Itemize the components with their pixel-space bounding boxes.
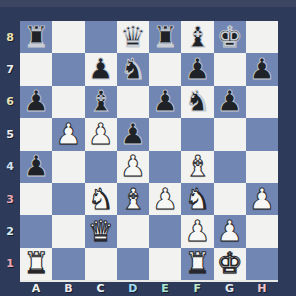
black-queen: ♛ xyxy=(117,21,149,53)
rank-label-8: 8 xyxy=(0,21,20,53)
square-d4[interactable]: ♟ xyxy=(117,151,149,183)
square-g5[interactable] xyxy=(214,118,246,150)
square-a7[interactable] xyxy=(20,53,52,85)
square-f5[interactable] xyxy=(181,118,213,150)
square-d6[interactable] xyxy=(117,86,149,118)
square-e5[interactable] xyxy=(149,118,181,150)
square-g4[interactable] xyxy=(214,151,246,183)
square-d8[interactable]: ♛ xyxy=(117,21,149,53)
square-a3[interactable] xyxy=(20,183,52,215)
square-c5[interactable]: ♟ xyxy=(85,118,117,150)
square-d2[interactable] xyxy=(117,215,149,247)
square-b5[interactable]: ♟ xyxy=(52,118,84,150)
file-labels: ABCDEFGH xyxy=(20,280,278,296)
square-f4[interactable]: ♝ xyxy=(181,151,213,183)
black-pawn: ♟ xyxy=(246,53,278,85)
square-g1[interactable]: ♚ xyxy=(214,248,246,280)
white-pawn: ♟ xyxy=(149,183,181,215)
black-knight: ♞ xyxy=(181,86,213,118)
square-h1[interactable] xyxy=(246,248,278,280)
square-d5[interactable]: ♟ xyxy=(117,118,149,150)
square-b8[interactable] xyxy=(52,21,84,53)
square-g7[interactable] xyxy=(214,53,246,85)
white-bishop: ♝ xyxy=(181,151,213,183)
rank-label-3: 3 xyxy=(0,183,20,215)
white-queen: ♛ xyxy=(85,215,117,247)
square-b1[interactable] xyxy=(52,248,84,280)
white-king: ♚ xyxy=(214,248,246,280)
rank-label-1: 1 xyxy=(0,248,20,280)
file-label-e: E xyxy=(149,280,181,296)
white-rook: ♜ xyxy=(181,248,213,280)
square-a8[interactable]: ♜ xyxy=(20,21,52,53)
white-pawn: ♟ xyxy=(85,118,117,150)
rank-label-2: 2 xyxy=(0,215,20,247)
square-d1[interactable] xyxy=(117,248,149,280)
rank-labels: 87654321 xyxy=(0,21,20,280)
square-a5[interactable] xyxy=(20,118,52,150)
square-b4[interactable] xyxy=(52,151,84,183)
square-g2[interactable]: ♟ xyxy=(214,215,246,247)
square-e4[interactable] xyxy=(149,151,181,183)
square-h4[interactable] xyxy=(246,151,278,183)
white-pawn: ♟ xyxy=(214,215,246,247)
white-knight: ♞ xyxy=(181,183,213,215)
square-c1[interactable] xyxy=(85,248,117,280)
file-label-g: G xyxy=(214,280,246,296)
file-label-h: H xyxy=(246,280,278,296)
square-c7[interactable]: ♟ xyxy=(85,53,117,85)
rank-label-7: 7 xyxy=(0,53,20,85)
white-rook: ♜ xyxy=(20,248,52,280)
square-g3[interactable] xyxy=(214,183,246,215)
black-rook: ♜ xyxy=(20,21,52,53)
square-b3[interactable] xyxy=(52,183,84,215)
square-h8[interactable] xyxy=(246,21,278,53)
square-h7[interactable]: ♟ xyxy=(246,53,278,85)
square-h2[interactable] xyxy=(246,215,278,247)
square-d3[interactable]: ♝ xyxy=(117,183,149,215)
square-e6[interactable]: ♟ xyxy=(149,86,181,118)
rank-label-6: 6 xyxy=(0,86,20,118)
square-e3[interactable]: ♟ xyxy=(149,183,181,215)
chess-board: ♜♛♜♝♚♟♞♟♟♟♝♟♞♟♟♟♟♟♟♝♞♝♟♞♟♛♟♟♜♜♚ xyxy=(20,21,278,282)
rank-label-4: 4 xyxy=(0,151,20,183)
square-e1[interactable] xyxy=(149,248,181,280)
white-pawn: ♟ xyxy=(246,183,278,215)
square-b7[interactable] xyxy=(52,53,84,85)
black-bishop: ♝ xyxy=(181,21,213,53)
black-pawn: ♟ xyxy=(149,86,181,118)
square-a4[interactable]: ♟ xyxy=(20,151,52,183)
square-f3[interactable]: ♞ xyxy=(181,183,213,215)
top-strip xyxy=(0,0,296,7)
white-pawn: ♟ xyxy=(52,118,84,150)
black-knight: ♞ xyxy=(117,53,149,85)
square-e2[interactable] xyxy=(149,215,181,247)
square-h6[interactable] xyxy=(246,86,278,118)
black-pawn: ♟ xyxy=(20,151,52,183)
square-e8[interactable]: ♜ xyxy=(149,21,181,53)
square-f8[interactable]: ♝ xyxy=(181,21,213,53)
square-h3[interactable]: ♟ xyxy=(246,183,278,215)
square-a2[interactable] xyxy=(20,215,52,247)
square-a6[interactable]: ♟ xyxy=(20,86,52,118)
black-pawn: ♟ xyxy=(181,53,213,85)
white-pawn: ♟ xyxy=(181,215,213,247)
square-c6[interactable]: ♝ xyxy=(85,86,117,118)
square-b2[interactable] xyxy=(52,215,84,247)
square-a1[interactable]: ♜ xyxy=(20,248,52,280)
square-c2[interactable]: ♛ xyxy=(85,215,117,247)
white-bishop: ♝ xyxy=(117,183,149,215)
square-d7[interactable]: ♞ xyxy=(117,53,149,85)
white-knight: ♞ xyxy=(85,183,117,215)
square-f7[interactable]: ♟ xyxy=(181,53,213,85)
black-bishop: ♝ xyxy=(85,86,117,118)
square-h5[interactable] xyxy=(246,118,278,150)
file-label-c: C xyxy=(85,280,117,296)
black-pawn: ♟ xyxy=(117,118,149,150)
chess-diagram: ♜♛♜♝♚♟♞♟♟♟♝♟♞♟♟♟♟♟♟♝♞♝♟♞♟♛♟♟♜♜♚ 87654321… xyxy=(0,0,296,296)
file-label-d: D xyxy=(117,280,149,296)
black-pawn: ♟ xyxy=(85,53,117,85)
square-c8[interactable] xyxy=(85,21,117,53)
black-rook: ♜ xyxy=(149,21,181,53)
square-g6[interactable]: ♟ xyxy=(214,86,246,118)
black-king: ♚ xyxy=(214,21,246,53)
square-f6[interactable]: ♞ xyxy=(181,86,213,118)
square-c3[interactable]: ♞ xyxy=(85,183,117,215)
black-pawn: ♟ xyxy=(214,86,246,118)
square-c4[interactable] xyxy=(85,151,117,183)
white-pawn: ♟ xyxy=(117,151,149,183)
square-g8[interactable]: ♚ xyxy=(214,21,246,53)
square-b6[interactable] xyxy=(52,86,84,118)
square-f2[interactable]: ♟ xyxy=(181,215,213,247)
black-pawn: ♟ xyxy=(20,86,52,118)
file-label-f: F xyxy=(181,280,213,296)
square-f1[interactable]: ♜ xyxy=(181,248,213,280)
rank-label-5: 5 xyxy=(0,118,20,150)
file-label-b: B xyxy=(52,280,84,296)
square-e7[interactable] xyxy=(149,53,181,85)
file-label-a: A xyxy=(20,280,52,296)
